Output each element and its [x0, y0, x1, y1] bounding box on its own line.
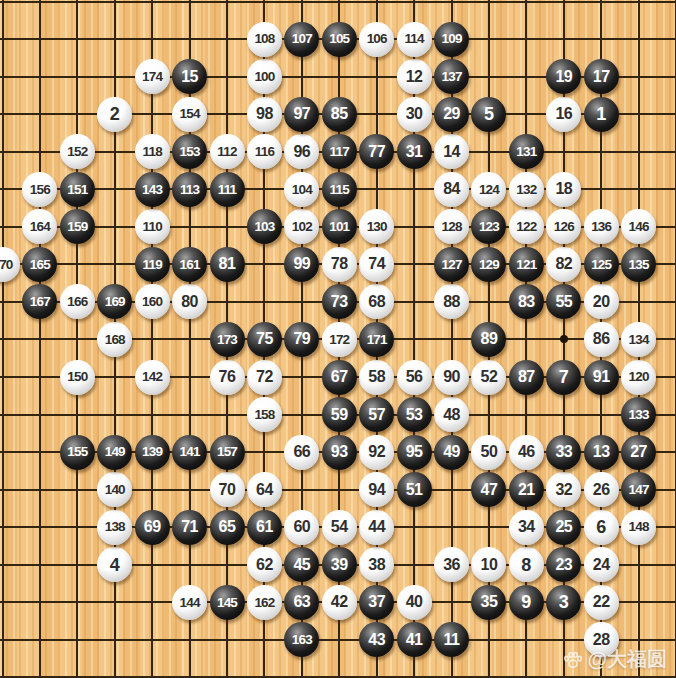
stone-black-129: 129 — [471, 247, 506, 282]
paw-icon — [562, 649, 584, 671]
stone-white-32: 32 — [546, 472, 581, 507]
stone-white-166: 166 — [60, 284, 95, 319]
stone-white-36: 36 — [434, 547, 469, 582]
star-point — [560, 335, 568, 343]
stone-black-87: 87 — [509, 360, 544, 395]
stone-black-101: 101 — [322, 209, 357, 244]
stone-white-12: 12 — [397, 59, 432, 94]
stone-black-23: 23 — [546, 547, 581, 582]
stone-white-106: 106 — [359, 22, 394, 57]
stone-white-66: 66 — [284, 435, 319, 470]
stone-white-138: 138 — [97, 510, 132, 545]
stone-black-67: 67 — [322, 360, 357, 395]
stone-white-14: 14 — [434, 134, 469, 169]
stone-white-46: 46 — [509, 435, 544, 470]
stone-black-85: 85 — [322, 97, 357, 132]
stone-white-20: 20 — [584, 284, 619, 319]
stone-black-33: 33 — [546, 435, 581, 470]
stone-black-43: 43 — [359, 622, 394, 657]
stone-white-156: 156 — [22, 172, 57, 207]
stone-black-161: 161 — [172, 247, 207, 282]
stone-white-148: 148 — [621, 510, 656, 545]
stone-white-68: 68 — [359, 284, 394, 319]
stone-black-53: 53 — [397, 397, 432, 432]
stone-black-49: 49 — [434, 435, 469, 470]
stone-white-158: 158 — [247, 397, 282, 432]
stone-white-60: 60 — [284, 510, 319, 545]
stone-white-110: 110 — [135, 209, 170, 244]
stone-white-164: 164 — [22, 209, 57, 244]
stone-white-116: 116 — [247, 134, 282, 169]
stone-white-34: 34 — [509, 510, 544, 545]
stone-black-47: 47 — [471, 472, 506, 507]
stone-black-173: 173 — [210, 322, 245, 357]
stone-black-167: 167 — [22, 284, 57, 319]
stone-black-143: 143 — [135, 172, 170, 207]
stone-white-96: 96 — [284, 134, 319, 169]
stone-black-119: 119 — [135, 247, 170, 282]
stone-white-50: 50 — [471, 435, 506, 470]
stone-black-45: 45 — [284, 547, 319, 582]
stone-white-24: 24 — [584, 547, 619, 582]
stone-black-149: 149 — [97, 435, 132, 470]
stone-black-7: 7 — [546, 360, 581, 395]
stone-white-18: 18 — [546, 172, 581, 207]
stone-white-16: 16 — [546, 97, 581, 132]
stone-white-8: 8 — [509, 547, 544, 582]
stone-black-133: 133 — [621, 397, 656, 432]
stone-black-153: 153 — [172, 134, 207, 169]
stone-black-75: 75 — [247, 322, 282, 357]
stone-black-147: 147 — [621, 472, 656, 507]
stone-white-140: 140 — [97, 472, 132, 507]
stone-white-152: 152 — [60, 134, 95, 169]
stone-white-56: 56 — [397, 360, 432, 395]
go-board: 1234567891011121314151617181920212223242… — [0, 0, 676, 678]
stone-white-90: 90 — [434, 360, 469, 395]
stone-white-70: 70 — [210, 472, 245, 507]
stone-white-170: 170 — [0, 247, 20, 282]
stone-white-118: 118 — [135, 134, 170, 169]
stone-white-162: 162 — [247, 585, 282, 620]
stone-black-123: 123 — [471, 209, 506, 244]
stone-black-21: 21 — [509, 472, 544, 507]
stone-white-44: 44 — [359, 510, 394, 545]
stone-black-63: 63 — [284, 585, 319, 620]
stone-black-17: 17 — [584, 59, 619, 94]
stone-white-114: 114 — [397, 22, 432, 57]
stone-white-80: 80 — [172, 284, 207, 319]
stone-white-92: 92 — [359, 435, 394, 470]
stone-white-126: 126 — [546, 209, 581, 244]
stone-white-78: 78 — [322, 247, 357, 282]
stone-white-98: 98 — [247, 97, 282, 132]
watermark-text: @大福圆 — [587, 646, 667, 673]
stone-black-109: 109 — [434, 22, 469, 57]
stone-white-40: 40 — [397, 585, 432, 620]
stone-black-115: 115 — [322, 172, 357, 207]
stone-white-6: 6 — [584, 510, 619, 545]
stone-black-95: 95 — [397, 435, 432, 470]
stone-black-171: 171 — [359, 322, 394, 357]
stone-white-4: 4 — [97, 547, 132, 582]
stone-white-142: 142 — [135, 360, 170, 395]
stone-black-5: 5 — [471, 97, 506, 132]
stone-black-141: 141 — [172, 435, 207, 470]
stone-black-83: 83 — [509, 284, 544, 319]
stone-black-59: 59 — [322, 397, 357, 432]
stone-black-111: 111 — [210, 172, 245, 207]
stone-black-151: 151 — [60, 172, 95, 207]
stone-black-169: 169 — [97, 284, 132, 319]
stone-black-3: 3 — [546, 585, 581, 620]
stone-white-160: 160 — [135, 284, 170, 319]
stone-white-124: 124 — [471, 172, 506, 207]
stone-black-69: 69 — [135, 510, 170, 545]
stone-white-128: 128 — [434, 209, 469, 244]
stone-black-31: 31 — [397, 134, 432, 169]
stone-black-27: 27 — [621, 435, 656, 470]
grid-line-h — [0, 639, 676, 641]
stone-black-77: 77 — [359, 134, 394, 169]
stone-white-84: 84 — [434, 172, 469, 207]
stone-white-88: 88 — [434, 284, 469, 319]
stone-white-168: 168 — [97, 322, 132, 357]
stone-white-108: 108 — [247, 22, 282, 57]
stone-black-15: 15 — [172, 59, 207, 94]
stone-white-52: 52 — [471, 360, 506, 395]
stone-white-30: 30 — [397, 97, 432, 132]
stone-black-57: 57 — [359, 397, 394, 432]
stone-white-62: 62 — [247, 547, 282, 582]
stone-black-165: 165 — [22, 247, 57, 282]
stone-black-121: 121 — [509, 247, 544, 282]
stone-black-103: 103 — [247, 209, 282, 244]
stone-black-81: 81 — [210, 247, 245, 282]
stone-black-61: 61 — [247, 510, 282, 545]
stone-black-127: 127 — [434, 247, 469, 282]
stone-white-82: 82 — [546, 247, 581, 282]
stone-white-120: 120 — [621, 360, 656, 395]
stone-black-93: 93 — [322, 435, 357, 470]
stone-black-117: 117 — [322, 134, 357, 169]
watermark: @大福圆 — [562, 646, 667, 673]
stone-black-37: 37 — [359, 585, 394, 620]
stone-white-146: 146 — [621, 209, 656, 244]
stone-black-51: 51 — [397, 472, 432, 507]
stone-black-55: 55 — [546, 284, 581, 319]
stone-black-139: 139 — [135, 435, 170, 470]
stone-white-172: 172 — [322, 322, 357, 357]
stone-black-155: 155 — [60, 435, 95, 470]
stone-white-144: 144 — [172, 585, 207, 620]
stone-white-74: 74 — [359, 247, 394, 282]
stone-black-107: 107 — [284, 22, 319, 57]
stone-black-97: 97 — [284, 97, 319, 132]
stone-white-136: 136 — [584, 209, 619, 244]
stone-white-38: 38 — [359, 547, 394, 582]
stone-black-35: 35 — [471, 585, 506, 620]
stone-black-99: 99 — [284, 247, 319, 282]
stone-white-130: 130 — [359, 209, 394, 244]
stone-white-64: 64 — [247, 472, 282, 507]
stone-black-157: 157 — [210, 435, 245, 470]
stone-black-131: 131 — [509, 134, 544, 169]
stone-white-48: 48 — [434, 397, 469, 432]
stone-black-145: 145 — [210, 585, 245, 620]
stone-black-137: 137 — [434, 59, 469, 94]
stone-white-132: 132 — [509, 172, 544, 207]
stone-white-104: 104 — [284, 172, 319, 207]
stone-black-19: 19 — [546, 59, 581, 94]
stone-black-71: 71 — [172, 510, 207, 545]
stone-white-102: 102 — [284, 209, 319, 244]
stone-white-154: 154 — [172, 97, 207, 132]
stone-white-134: 134 — [621, 322, 656, 357]
stone-white-100: 100 — [247, 59, 282, 94]
stone-white-26: 26 — [584, 472, 619, 507]
stone-black-41: 41 — [397, 622, 432, 657]
stone-black-25: 25 — [546, 510, 581, 545]
stone-white-86: 86 — [584, 322, 619, 357]
stone-black-159: 159 — [60, 209, 95, 244]
stone-black-135: 135 — [621, 247, 656, 282]
stone-white-10: 10 — [471, 547, 506, 582]
stone-black-125: 125 — [584, 247, 619, 282]
stone-white-112: 112 — [210, 134, 245, 169]
stone-black-29: 29 — [434, 97, 469, 132]
stone-white-22: 22 — [584, 585, 619, 620]
stone-black-1: 1 — [584, 97, 619, 132]
stone-white-150: 150 — [60, 360, 95, 395]
stone-black-105: 105 — [322, 22, 357, 57]
stone-white-54: 54 — [322, 510, 357, 545]
stone-white-94: 94 — [359, 472, 394, 507]
stone-white-174: 174 — [135, 59, 170, 94]
stone-white-72: 72 — [247, 360, 282, 395]
stone-white-2: 2 — [97, 97, 132, 132]
stone-black-89: 89 — [471, 322, 506, 357]
stone-black-9: 9 — [509, 585, 544, 620]
stone-black-39: 39 — [322, 547, 357, 582]
stone-black-13: 13 — [584, 435, 619, 470]
stone-white-122: 122 — [509, 209, 544, 244]
stone-black-163: 163 — [284, 622, 319, 657]
stone-black-11: 11 — [434, 622, 469, 657]
stone-black-91: 91 — [584, 360, 619, 395]
stone-white-42: 42 — [322, 585, 357, 620]
stone-black-113: 113 — [172, 172, 207, 207]
stone-white-76: 76 — [210, 360, 245, 395]
stone-black-79: 79 — [284, 322, 319, 357]
stone-black-65: 65 — [210, 510, 245, 545]
stone-black-73: 73 — [322, 284, 357, 319]
stone-white-58: 58 — [359, 360, 394, 395]
